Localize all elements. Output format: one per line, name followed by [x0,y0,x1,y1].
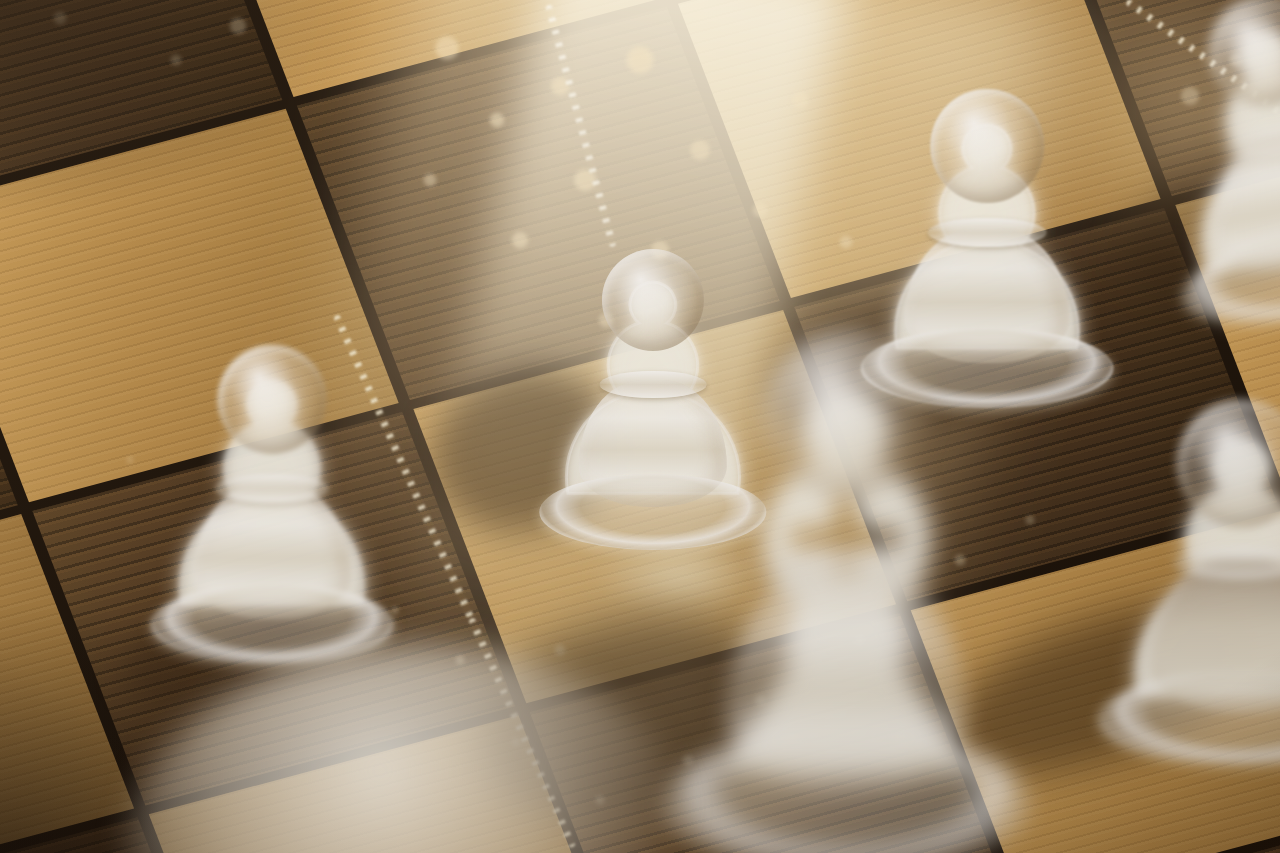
blurred-glass-piece-shape [128,645,688,853]
piece-ball-head [217,345,326,454]
piece-ball-head [930,89,1044,203]
piece-b4-pawn: ♟ [148,342,396,664]
piece-c3-bishop: ♝ [662,328,1030,853]
piece-b3-pawn [128,645,688,853]
piece-ball-head [765,333,927,495]
piece-collar-ring [928,218,1047,247]
piece-collar-ring [215,474,329,503]
piece-d3-pawn: ♟ [1096,396,1280,764]
piece-collar-ring [761,549,930,598]
photo-glass-chess: ♟♟♟♟♟♝ [0,0,1280,853]
